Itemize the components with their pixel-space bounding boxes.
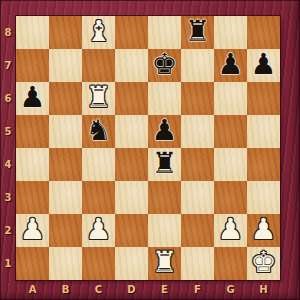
square-b6[interactable] <box>49 82 82 115</box>
white-pawn-icon[interactable]: ♟ <box>218 213 244 246</box>
square-f8[interactable]: ♜ <box>181 16 214 49</box>
square-c8[interactable]: ♝ <box>82 16 115 49</box>
file-label-h: H <box>247 280 280 300</box>
square-h2[interactable]: ♟ <box>247 214 280 247</box>
square-g8[interactable] <box>214 16 247 49</box>
square-h4[interactable] <box>247 148 280 181</box>
square-a3[interactable] <box>16 181 49 214</box>
square-f7[interactable] <box>181 49 214 82</box>
file-label-a: A <box>16 280 49 300</box>
file-labels: ABCDEFGH <box>16 280 280 300</box>
black-rook-icon[interactable]: ♜ <box>152 147 178 180</box>
rank-label-8: 8 <box>0 16 16 49</box>
square-h1[interactable]: ♚ <box>247 247 280 280</box>
square-f3[interactable] <box>181 181 214 214</box>
square-c6[interactable]: ♜ <box>82 82 115 115</box>
square-a5[interactable] <box>16 115 49 148</box>
black-pawn-icon[interactable]: ♟ <box>218 48 244 81</box>
square-e4[interactable]: ♜ <box>148 148 181 181</box>
square-e5[interactable]: ♟ <box>148 115 181 148</box>
square-c5[interactable]: ♞ <box>82 115 115 148</box>
square-f1[interactable] <box>181 247 214 280</box>
file-label-c: C <box>82 280 115 300</box>
square-g4[interactable] <box>214 148 247 181</box>
black-rook-icon[interactable]: ♜ <box>185 15 211 48</box>
square-d8[interactable] <box>115 16 148 49</box>
rank-labels: 87654321 <box>0 16 16 280</box>
square-f6[interactable] <box>181 82 214 115</box>
square-d6[interactable] <box>115 82 148 115</box>
square-c1[interactable] <box>82 247 115 280</box>
square-a7[interactable] <box>16 49 49 82</box>
square-f5[interactable] <box>181 115 214 148</box>
square-b4[interactable] <box>49 148 82 181</box>
white-rook-icon[interactable]: ♜ <box>86 81 112 114</box>
black-king-icon[interactable]: ♚ <box>152 48 178 81</box>
square-h7[interactable]: ♟ <box>247 49 280 82</box>
square-f2[interactable] <box>181 214 214 247</box>
square-a4[interactable] <box>16 148 49 181</box>
square-g5[interactable] <box>214 115 247 148</box>
square-a2[interactable]: ♟ <box>16 214 49 247</box>
square-e1[interactable]: ♜ <box>148 247 181 280</box>
rank-label-5: 5 <box>0 115 16 148</box>
square-c3[interactable] <box>82 181 115 214</box>
square-g1[interactable] <box>214 247 247 280</box>
square-a8[interactable] <box>16 16 49 49</box>
square-b2[interactable] <box>49 214 82 247</box>
square-a1[interactable] <box>16 247 49 280</box>
black-pawn-icon[interactable]: ♟ <box>251 48 277 81</box>
file-label-g: G <box>214 280 247 300</box>
rank-label-7: 7 <box>0 49 16 82</box>
file-label-d: D <box>115 280 148 300</box>
square-c4[interactable] <box>82 148 115 181</box>
square-c2[interactable]: ♟ <box>82 214 115 247</box>
square-a6[interactable]: ♟ <box>16 82 49 115</box>
white-king-icon[interactable]: ♚ <box>251 246 277 279</box>
rank-label-3: 3 <box>0 181 16 214</box>
square-h3[interactable] <box>247 181 280 214</box>
square-f4[interactable] <box>181 148 214 181</box>
square-b1[interactable] <box>49 247 82 280</box>
square-e3[interactable] <box>148 181 181 214</box>
square-h8[interactable] <box>247 16 280 49</box>
square-g3[interactable] <box>214 181 247 214</box>
white-rook-icon[interactable]: ♜ <box>152 246 178 279</box>
square-d4[interactable] <box>115 148 148 181</box>
square-e7[interactable]: ♚ <box>148 49 181 82</box>
square-d5[interactable] <box>115 115 148 148</box>
black-pawn-icon[interactable]: ♟ <box>20 81 46 114</box>
chessboard-frame: 87654321 ABCDEFGH ♝♜♚♟♟♟♜♞♟♜♟♟♟♟♜♚ <box>0 0 300 300</box>
white-pawn-icon[interactable]: ♟ <box>20 213 46 246</box>
square-h5[interactable] <box>247 115 280 148</box>
rank-label-1: 1 <box>0 247 16 280</box>
square-e6[interactable] <box>148 82 181 115</box>
square-b7[interactable] <box>49 49 82 82</box>
file-label-b: B <box>49 280 82 300</box>
square-e2[interactable] <box>148 214 181 247</box>
square-b3[interactable] <box>49 181 82 214</box>
white-bishop-icon[interactable]: ♝ <box>86 15 112 48</box>
square-d2[interactable] <box>115 214 148 247</box>
square-b5[interactable] <box>49 115 82 148</box>
chess-board: ♝♜♚♟♟♟♜♞♟♜♟♟♟♟♜♚ <box>16 16 280 280</box>
square-g7[interactable]: ♟ <box>214 49 247 82</box>
white-pawn-icon[interactable]: ♟ <box>251 213 277 246</box>
rank-label-2: 2 <box>0 214 16 247</box>
square-h6[interactable] <box>247 82 280 115</box>
file-label-f: F <box>181 280 214 300</box>
square-g6[interactable] <box>214 82 247 115</box>
black-knight-icon[interactable]: ♞ <box>86 114 112 147</box>
square-b8[interactable] <box>49 16 82 49</box>
square-d7[interactable] <box>115 49 148 82</box>
square-e8[interactable] <box>148 16 181 49</box>
square-c7[interactable] <box>82 49 115 82</box>
file-label-e: E <box>148 280 181 300</box>
white-pawn-icon[interactable]: ♟ <box>86 213 112 246</box>
black-pawn-icon[interactable]: ♟ <box>152 114 178 147</box>
square-d1[interactable] <box>115 247 148 280</box>
rank-label-6: 6 <box>0 82 16 115</box>
square-d3[interactable] <box>115 181 148 214</box>
rank-label-4: 4 <box>0 148 16 181</box>
square-g2[interactable]: ♟ <box>214 214 247 247</box>
